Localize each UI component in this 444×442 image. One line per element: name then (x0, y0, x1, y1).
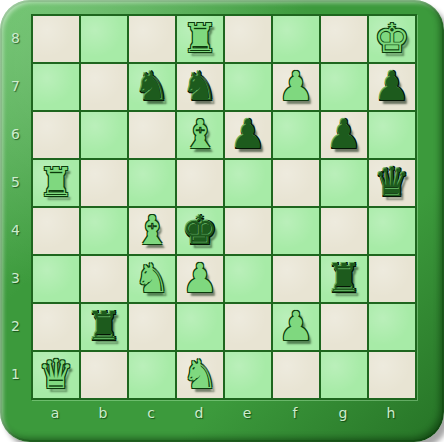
piece-black-pawn[interactable]: ♟ (326, 111, 362, 157)
square-e8[interactable] (225, 16, 271, 62)
square-f3[interactable] (273, 256, 319, 302)
piece-white-pawn[interactable]: ♟ (278, 63, 314, 109)
square-a4[interactable] (33, 208, 79, 254)
square-c6[interactable] (129, 112, 175, 158)
file-label-b: b (79, 400, 127, 428)
square-h2[interactable] (369, 304, 415, 350)
square-e3[interactable] (225, 256, 271, 302)
square-b7[interactable] (81, 64, 127, 110)
square-a5[interactable]: ♜ (33, 160, 79, 206)
square-g6[interactable]: ♟ (321, 112, 367, 158)
piece-white-rook[interactable]: ♜ (182, 15, 218, 61)
square-g5[interactable] (321, 160, 367, 206)
piece-black-knight[interactable]: ♞ (182, 63, 218, 109)
piece-black-rook[interactable]: ♜ (86, 303, 122, 349)
square-g2[interactable] (321, 304, 367, 350)
piece-black-knight[interactable]: ♞ (134, 63, 170, 109)
square-h1[interactable] (369, 352, 415, 398)
square-a8[interactable] (33, 16, 79, 62)
rank-labels: 87654321 (0, 14, 31, 400)
square-g1[interactable] (321, 352, 367, 398)
square-g7[interactable] (321, 64, 367, 110)
square-e4[interactable] (225, 208, 271, 254)
rank-label-2: 2 (11, 302, 20, 350)
file-label-g: g (319, 400, 367, 428)
rank-label-6: 6 (11, 110, 20, 158)
file-label-e: e (223, 400, 271, 428)
square-e7[interactable] (225, 64, 271, 110)
file-label-c: c (127, 400, 175, 428)
square-d4[interactable]: ♚ (177, 208, 223, 254)
piece-white-rook[interactable]: ♜ (38, 159, 74, 205)
square-c2[interactable] (129, 304, 175, 350)
file-label-f: f (271, 400, 319, 428)
square-b6[interactable] (81, 112, 127, 158)
square-c3[interactable]: ♞ (129, 256, 175, 302)
square-f6[interactable] (273, 112, 319, 158)
chess-board: ♜♚♞♞♟♟♝♟♟♜♛♝♚♞♟♜♜♟♛♞ (31, 14, 417, 400)
square-a6[interactable] (33, 112, 79, 158)
piece-white-bishop[interactable]: ♝ (182, 111, 218, 157)
square-d1[interactable]: ♞ (177, 352, 223, 398)
square-e1[interactable] (225, 352, 271, 398)
rank-label-3: 3 (11, 254, 20, 302)
board-frame: 87654321 ♜♚♞♞♟♟♝♟♟♜♛♝♚♞♟♜♜♟♛♞ abcdefgh (0, 0, 444, 442)
piece-black-king[interactable]: ♚ (182, 207, 218, 253)
square-h5[interactable]: ♛ (369, 160, 415, 206)
square-g4[interactable] (321, 208, 367, 254)
square-e6[interactable]: ♟ (225, 112, 271, 158)
square-h4[interactable] (369, 208, 415, 254)
square-h3[interactable] (369, 256, 415, 302)
square-b8[interactable] (81, 16, 127, 62)
rank-label-4: 4 (11, 206, 20, 254)
square-b1[interactable] (81, 352, 127, 398)
square-c8[interactable] (129, 16, 175, 62)
square-d3[interactable]: ♟ (177, 256, 223, 302)
square-h7[interactable]: ♟ (369, 64, 415, 110)
square-f5[interactable] (273, 160, 319, 206)
square-f1[interactable] (273, 352, 319, 398)
square-d5[interactable] (177, 160, 223, 206)
rank-label-1: 1 (11, 350, 20, 398)
piece-black-pawn[interactable]: ♟ (230, 111, 266, 157)
piece-white-knight[interactable]: ♞ (134, 255, 170, 301)
square-b2[interactable]: ♜ (81, 304, 127, 350)
square-c5[interactable] (129, 160, 175, 206)
square-f2[interactable]: ♟ (273, 304, 319, 350)
square-a7[interactable] (33, 64, 79, 110)
piece-black-rook[interactable]: ♜ (326, 255, 362, 301)
square-h6[interactable] (369, 112, 415, 158)
square-d2[interactable] (177, 304, 223, 350)
square-a2[interactable] (33, 304, 79, 350)
square-h8[interactable]: ♚ (369, 16, 415, 62)
file-labels: abcdefgh (31, 400, 417, 428)
square-f4[interactable] (273, 208, 319, 254)
piece-white-knight[interactable]: ♞ (182, 351, 218, 397)
square-f7[interactable]: ♟ (273, 64, 319, 110)
square-c7[interactable]: ♞ (129, 64, 175, 110)
file-label-h: h (367, 400, 415, 428)
piece-white-pawn[interactable]: ♟ (182, 255, 218, 301)
square-f8[interactable] (273, 16, 319, 62)
piece-black-queen[interactable]: ♛ (374, 159, 410, 205)
file-label-d: d (175, 400, 223, 428)
piece-white-queen[interactable]: ♛ (38, 351, 74, 397)
square-b5[interactable] (81, 160, 127, 206)
file-label-a: a (31, 400, 79, 428)
square-g3[interactable]: ♜ (321, 256, 367, 302)
square-b4[interactable] (81, 208, 127, 254)
square-d7[interactable]: ♞ (177, 64, 223, 110)
piece-white-bishop[interactable]: ♝ (134, 207, 170, 253)
piece-black-pawn[interactable]: ♟ (374, 63, 410, 109)
square-a1[interactable]: ♛ (33, 352, 79, 398)
rank-label-8: 8 (11, 14, 20, 62)
square-b3[interactable] (81, 256, 127, 302)
rank-label-7: 7 (11, 62, 20, 110)
square-c4[interactable]: ♝ (129, 208, 175, 254)
square-a3[interactable] (33, 256, 79, 302)
rank-label-5: 5 (11, 158, 20, 206)
square-g8[interactable] (321, 16, 367, 62)
piece-white-king[interactable]: ♚ (374, 15, 410, 61)
square-e2[interactable] (225, 304, 271, 350)
square-d8[interactable]: ♜ (177, 16, 223, 62)
square-e5[interactable] (225, 160, 271, 206)
square-c1[interactable] (129, 352, 175, 398)
square-d6[interactable]: ♝ (177, 112, 223, 158)
piece-white-pawn[interactable]: ♟ (278, 303, 314, 349)
